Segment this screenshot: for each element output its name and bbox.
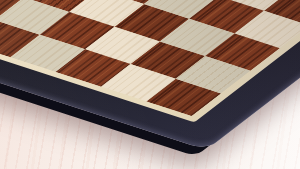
- chessboard-corner-photo: [0, 0, 300, 169]
